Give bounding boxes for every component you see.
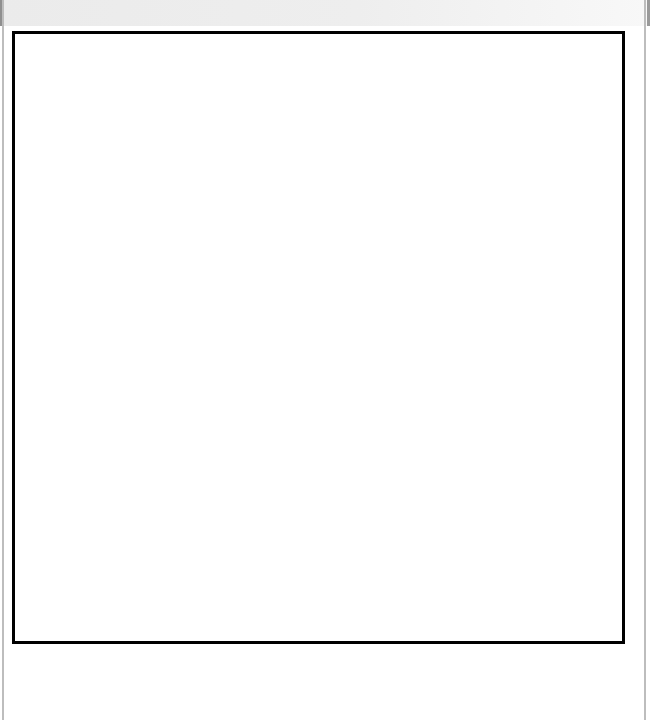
window-title-band <box>0 0 650 26</box>
sudoku-board <box>12 31 625 644</box>
page-left-edge <box>2 0 4 720</box>
sudoku-grid <box>15 34 622 641</box>
page-right-edge <box>644 0 646 720</box>
